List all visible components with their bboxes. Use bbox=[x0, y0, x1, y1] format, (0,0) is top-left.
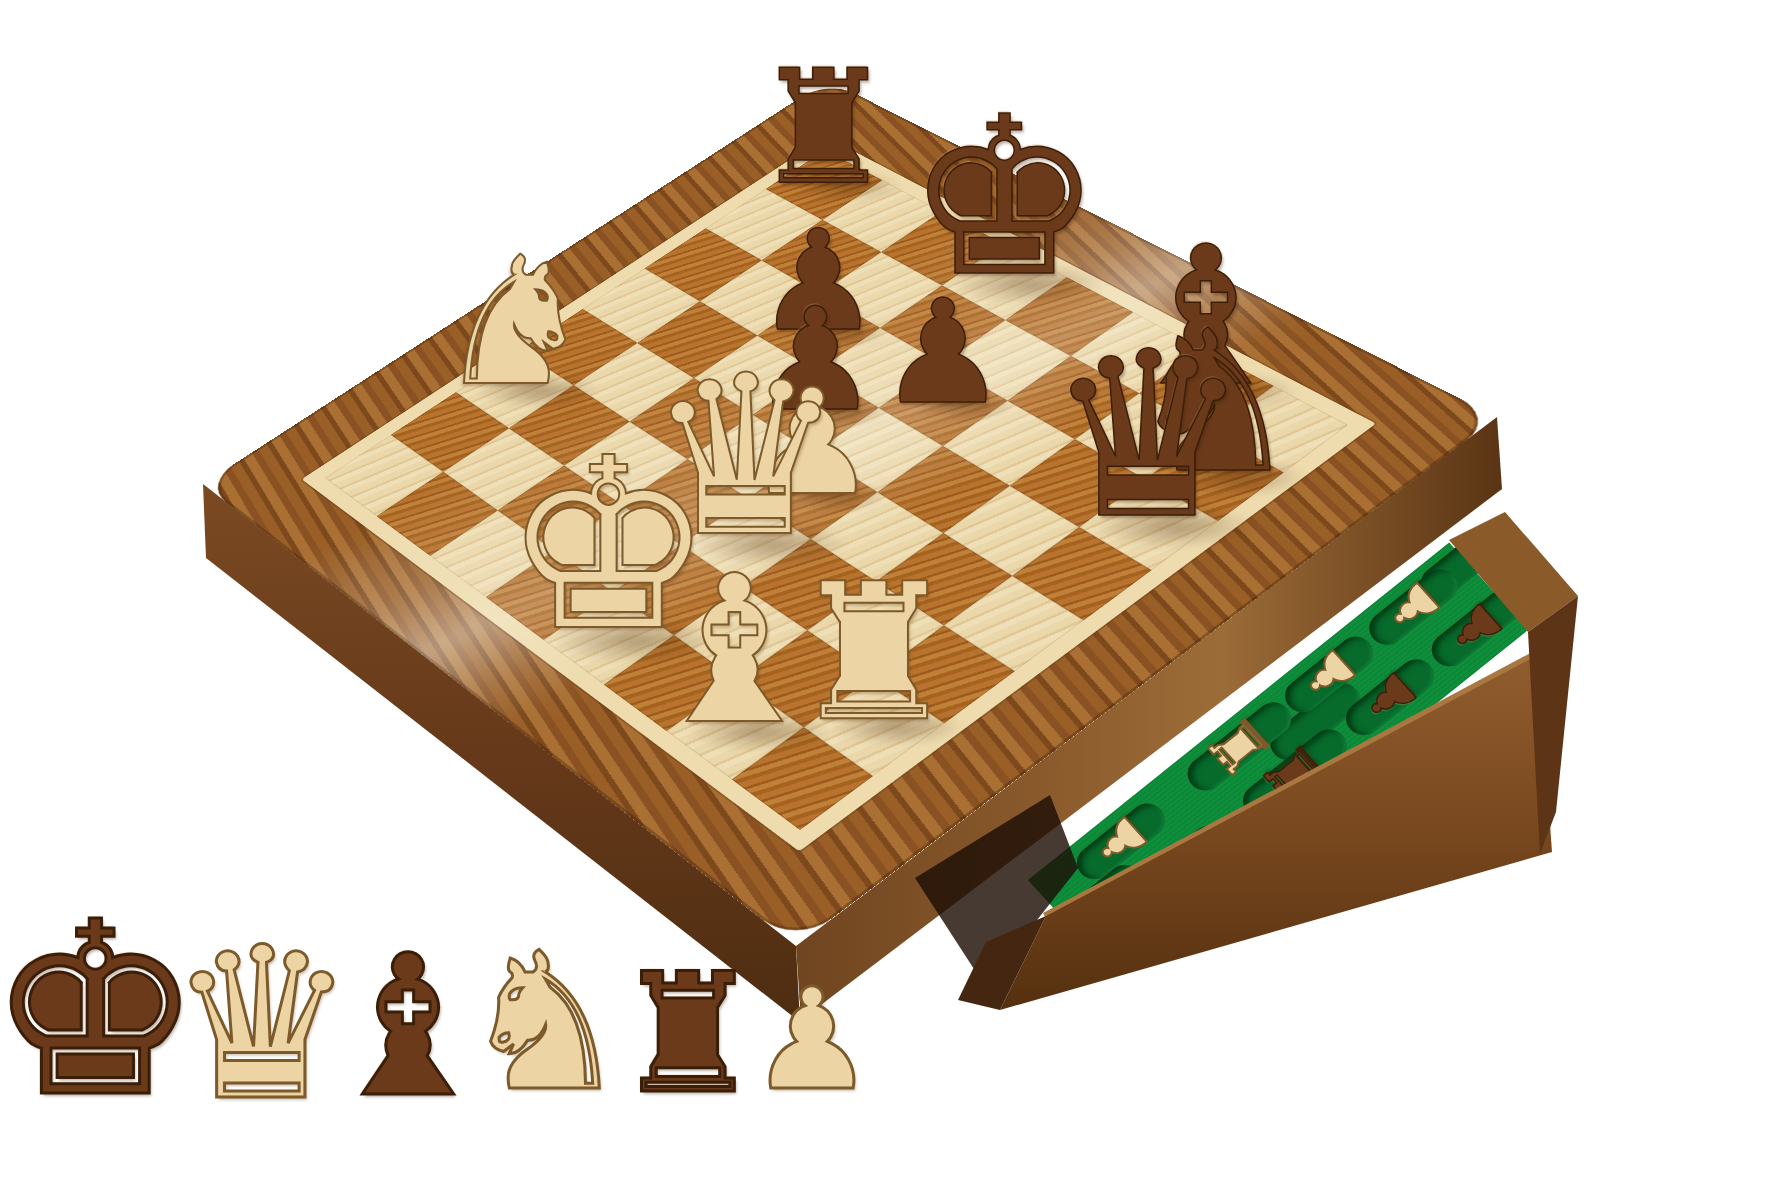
display-piece-white-pawn[interactable]: ♟ bbox=[742, 970, 882, 1110]
piece-dark-rook-h8[interactable]: ♜ bbox=[745, 49, 902, 206]
piece-dark-pawn-f4[interactable]: ♟ bbox=[871, 280, 1015, 424]
piece-white-bishop-a2[interactable]: ♝ bbox=[633, 549, 837, 753]
piece-dark-queen-f1[interactable]: ♛ bbox=[1034, 321, 1263, 550]
drawer-front-face[interactable] bbox=[1000, 655, 1552, 1010]
piece-white-knight-c8[interactable]: ♞ bbox=[426, 234, 603, 411]
